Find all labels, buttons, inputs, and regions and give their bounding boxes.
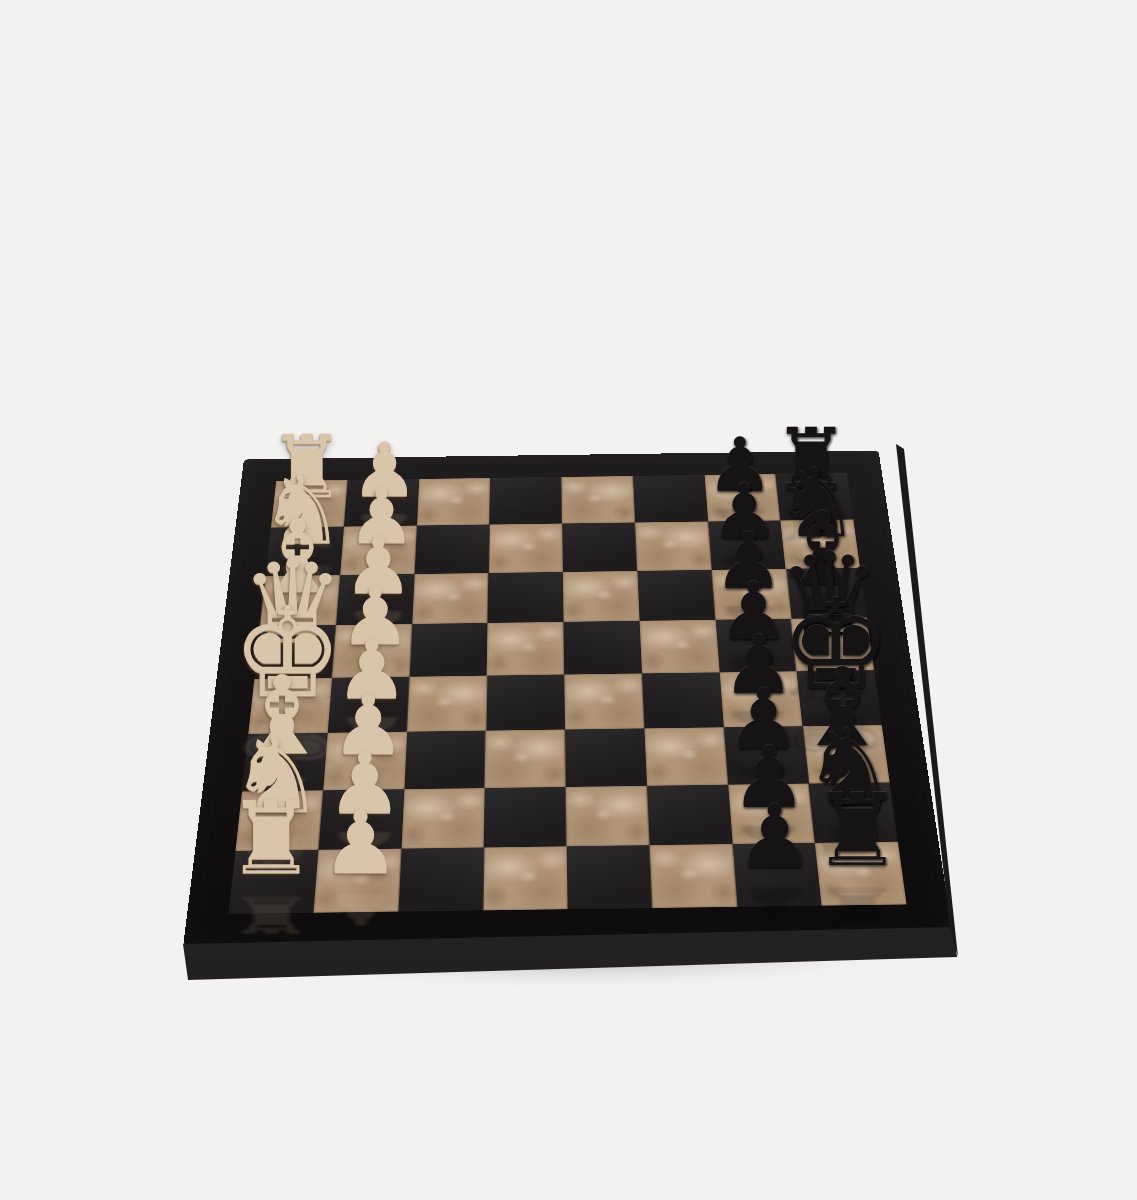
product-photo-scene: ♜♜♞♞♝♝♛♛♚♚♝♝♞♞♜♜♟♟♟♟♟♟♟♟♟♟♟♟♟♟♟♟♟♟♟♟♟♟♟♟… [0, 0, 1137, 1200]
pieces-layer: ♜♜♞♞♝♝♛♛♚♚♝♝♞♞♜♜♟♟♟♟♟♟♟♟♟♟♟♟♟♟♟♟♟♟♟♟♟♟♟♟… [0, 0, 1137, 1200]
chess-piece-black-pawn: ♟♟ [665, 794, 885, 881]
piece-glyph: ♜ [161, 789, 381, 889]
chess-piece-white-rook: ♜♜ [161, 789, 381, 889]
piece-glyph: ♟ [665, 794, 885, 881]
